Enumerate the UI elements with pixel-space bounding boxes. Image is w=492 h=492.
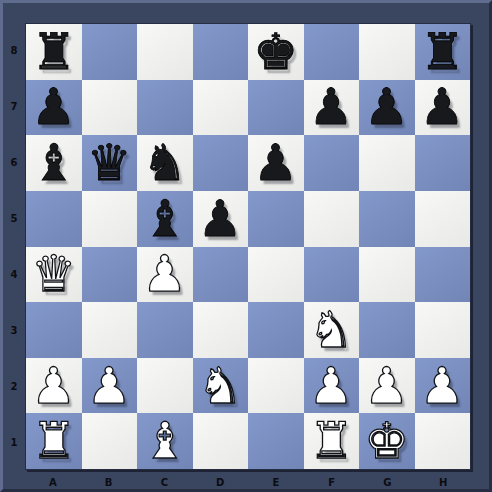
square-e8[interactable]: ♚	[248, 24, 304, 80]
square-h3[interactable]	[415, 302, 471, 358]
rank-label-2: 2	[3, 358, 25, 414]
white-bishop-c1[interactable]: ♝	[142, 416, 187, 466]
square-a7[interactable]: ♟	[26, 80, 82, 136]
square-d2[interactable]: ♞	[193, 358, 249, 414]
square-e5[interactable]	[248, 191, 304, 247]
square-h1[interactable]	[415, 413, 471, 469]
square-g3[interactable]	[359, 302, 415, 358]
square-d7[interactable]	[193, 80, 249, 136]
black-rook-h8[interactable]: ♜	[420, 27, 465, 77]
square-f7[interactable]: ♟	[304, 80, 360, 136]
square-d1[interactable]	[193, 413, 249, 469]
square-a8[interactable]: ♜	[26, 24, 82, 80]
square-c6[interactable]: ♞	[137, 135, 193, 191]
square-h5[interactable]	[415, 191, 471, 247]
square-g8[interactable]	[359, 24, 415, 80]
square-b1[interactable]	[82, 413, 138, 469]
rank-label-1: 1	[3, 414, 25, 470]
square-c4[interactable]: ♟	[137, 247, 193, 303]
square-c5[interactable]: ♝	[137, 191, 193, 247]
black-pawn-e6[interactable]: ♟	[253, 138, 298, 188]
square-a1[interactable]: ♜	[26, 413, 82, 469]
white-pawn-g2[interactable]: ♟	[364, 361, 409, 411]
square-g4[interactable]	[359, 247, 415, 303]
square-a6[interactable]: ♝	[26, 135, 82, 191]
rank-label-4: 4	[3, 247, 25, 303]
square-b3[interactable]	[82, 302, 138, 358]
black-knight-c6[interactable]: ♞	[142, 138, 187, 188]
square-e7[interactable]	[248, 80, 304, 136]
square-g5[interactable]	[359, 191, 415, 247]
square-b2[interactable]: ♟	[82, 358, 138, 414]
square-e1[interactable]	[248, 413, 304, 469]
white-rook-f1[interactable]: ♜	[309, 416, 354, 466]
file-labels: ABCDEFGH	[25, 471, 471, 492]
square-d3[interactable]	[193, 302, 249, 358]
file-label-h: H	[415, 471, 471, 492]
square-a2[interactable]: ♟	[26, 358, 82, 414]
square-e3[interactable]	[248, 302, 304, 358]
board: ♜♚♜♟♟♟♟♝♛♞♟♝♟♛♟♞♟♟♞♟♟♟♜♝♜♚	[25, 23, 471, 470]
white-pawn-b2[interactable]: ♟	[87, 361, 132, 411]
black-bishop-a6[interactable]: ♝	[31, 138, 76, 188]
square-a3[interactable]	[26, 302, 82, 358]
square-h6[interactable]	[415, 135, 471, 191]
rank-label-8: 8	[3, 23, 25, 79]
square-h8[interactable]: ♜	[415, 24, 471, 80]
file-label-b: B	[81, 471, 137, 492]
square-d8[interactable]	[193, 24, 249, 80]
square-c8[interactable]	[137, 24, 193, 80]
black-bishop-c5[interactable]: ♝	[142, 194, 187, 244]
square-d5[interactable]: ♟	[193, 191, 249, 247]
black-pawn-g7[interactable]: ♟	[364, 82, 409, 132]
white-king-g1[interactable]: ♚	[364, 416, 409, 466]
file-label-c: C	[137, 471, 193, 492]
black-rook-a8[interactable]: ♜	[31, 27, 76, 77]
square-e2[interactable]	[248, 358, 304, 414]
black-queen-b6[interactable]: ♛	[87, 138, 132, 188]
square-f8[interactable]	[304, 24, 360, 80]
square-g2[interactable]: ♟	[359, 358, 415, 414]
white-queen-a4[interactable]: ♛	[31, 249, 76, 299]
square-c1[interactable]: ♝	[137, 413, 193, 469]
square-g6[interactable]	[359, 135, 415, 191]
square-a5[interactable]	[26, 191, 82, 247]
square-b4[interactable]	[82, 247, 138, 303]
white-knight-d2[interactable]: ♞	[198, 361, 243, 411]
file-label-f: F	[304, 471, 360, 492]
black-pawn-d5[interactable]: ♟	[198, 194, 243, 244]
rank-label-7: 7	[3, 79, 25, 135]
file-label-a: A	[25, 471, 81, 492]
square-f4[interactable]	[304, 247, 360, 303]
square-b8[interactable]	[82, 24, 138, 80]
black-king-e8[interactable]: ♚	[253, 27, 298, 77]
square-h2[interactable]: ♟	[415, 358, 471, 414]
square-e4[interactable]	[248, 247, 304, 303]
square-f1[interactable]: ♜	[304, 413, 360, 469]
square-g1[interactable]: ♚	[359, 413, 415, 469]
black-pawn-a7[interactable]: ♟	[31, 82, 76, 132]
black-pawn-h7[interactable]: ♟	[420, 82, 465, 132]
square-c2[interactable]	[137, 358, 193, 414]
white-pawn-f2[interactable]: ♟	[309, 361, 354, 411]
rank-labels: 87654321	[3, 23, 25, 470]
black-pawn-f7[interactable]: ♟	[309, 82, 354, 132]
rank-label-6: 6	[3, 135, 25, 191]
rank-label-3: 3	[3, 302, 25, 358]
white-rook-a1[interactable]: ♜	[31, 416, 76, 466]
square-f5[interactable]	[304, 191, 360, 247]
white-pawn-a2[interactable]: ♟	[31, 361, 76, 411]
square-a4[interactable]: ♛	[26, 247, 82, 303]
white-pawn-c4[interactable]: ♟	[142, 249, 187, 299]
file-label-e: E	[248, 471, 304, 492]
square-b6[interactable]: ♛	[82, 135, 138, 191]
square-f6[interactable]	[304, 135, 360, 191]
chess-board-frame: 87654321 ABCDEFGH ♜♚♜♟♟♟♟♝♛♞♟♝♟♛♟♞♟♟♞♟♟♟…	[0, 0, 492, 492]
square-e6[interactable]: ♟	[248, 135, 304, 191]
square-b7[interactable]	[82, 80, 138, 136]
rank-label-5: 5	[3, 191, 25, 247]
square-c7[interactable]	[137, 80, 193, 136]
square-d6[interactable]	[193, 135, 249, 191]
square-f3[interactable]: ♞	[304, 302, 360, 358]
square-f2[interactable]: ♟	[304, 358, 360, 414]
square-h4[interactable]	[415, 247, 471, 303]
white-pawn-h2[interactable]: ♟	[420, 361, 465, 411]
square-c3[interactable]	[137, 302, 193, 358]
file-label-d: D	[192, 471, 248, 492]
file-label-g: G	[360, 471, 416, 492]
square-g7[interactable]: ♟	[359, 80, 415, 136]
square-h7[interactable]: ♟	[415, 80, 471, 136]
square-b5[interactable]	[82, 191, 138, 247]
white-knight-f3[interactable]: ♞	[309, 305, 354, 355]
square-d4[interactable]	[193, 247, 249, 303]
